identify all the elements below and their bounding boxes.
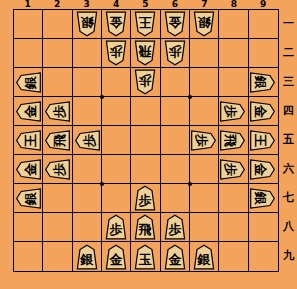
piece-east-silver[interactable]: 銀 — [250, 185, 277, 211]
board-square-f3r1[interactable]: 銀 — [73, 10, 102, 39]
koma-tile: 王 — [15, 128, 41, 152]
piece-south-pawn[interactable]: 歩 — [162, 214, 188, 241]
koma-tile: 金 — [15, 99, 41, 123]
rook-kanji: 飛 — [224, 133, 239, 147]
king-kanji: 王 — [254, 133, 269, 147]
board-square-f5r2[interactable]: 飛 — [131, 39, 160, 68]
file-label-6: 6 — [160, 0, 189, 9]
board-square-f2r8[interactable] — [43, 213, 72, 242]
board-square-f3r8[interactable] — [73, 213, 102, 242]
koma-tile: 歩 — [133, 69, 157, 95]
board-square-f7r6[interactable] — [190, 155, 219, 184]
piece-south-silver[interactable]: 銀 — [74, 243, 100, 270]
piece-north-silver[interactable]: 銀 — [74, 11, 100, 38]
rank-label-6: 六 — [280, 154, 297, 183]
rank-label-1: 一 — [280, 9, 297, 38]
koma-tile: 歩 — [74, 128, 100, 152]
board-square-f4r8[interactable]: 歩 — [102, 213, 131, 242]
koma-tile: 歩 — [163, 214, 187, 240]
board-square-f2r6[interactable]: 歩 — [43, 155, 72, 184]
board-square-f5r6[interactable] — [131, 155, 160, 184]
koma-tile: 歩 — [220, 157, 246, 181]
file-label-9: 9 — [249, 0, 278, 9]
board-square-f6r2[interactable]: 歩 — [161, 39, 190, 68]
file-label-5: 5 — [131, 0, 160, 9]
board-square-f7r2[interactable] — [190, 39, 219, 68]
board-square-f4r7[interactable] — [102, 184, 131, 213]
rank-label-4: 四 — [280, 96, 297, 125]
rook-kanji: 飛 — [138, 222, 152, 237]
silver-kanji: 銀 — [79, 15, 94, 30]
piece-east-pawn[interactable]: 歩 — [191, 127, 218, 153]
board-square-f7r7[interactable] — [190, 184, 219, 213]
piece-north-pawn[interactable]: 歩 — [132, 69, 158, 96]
piece-north-gold[interactable]: 金 — [103, 11, 129, 38]
file-label-4: 4 — [101, 0, 130, 9]
board-square-f7r3[interactable] — [190, 68, 219, 97]
board-square-f8r8[interactable] — [219, 213, 248, 242]
king-kanji: 王 — [23, 134, 38, 148]
file-label-2: 2 — [42, 0, 71, 9]
board-square-f2r3[interactable] — [43, 68, 72, 97]
board-square-f6r1[interactable]: 金 — [161, 10, 190, 39]
file-labels: 123456789 — [13, 0, 278, 9]
piece-west-rook[interactable]: 飛 — [44, 127, 71, 153]
pawn-kanji: 歩 — [168, 44, 182, 59]
piece-east-pawn[interactable]: 歩 — [220, 98, 247, 124]
board-square-f5r5[interactable] — [131, 126, 160, 155]
piece-north-silver[interactable]: 銀 — [191, 11, 217, 38]
star-point-36 — [100, 182, 104, 186]
gold-kanji: 金 — [109, 15, 124, 30]
koma-tile: 銀 — [15, 70, 41, 94]
rank-labels: 一二三四五六七八九 — [280, 9, 297, 270]
koma-tile: 金 — [15, 157, 41, 181]
koma-tile: 飛 — [133, 40, 157, 66]
board-square-f9r8[interactable] — [249, 213, 278, 242]
pawn-kanji: 歩 — [139, 73, 153, 88]
board-grid[interactable]: 銀金王金銀歩飛歩銀歩銀金歩歩金王飛歩歩飛王金歩歩金銀歩銀歩飛歩銀金玉金銀 — [14, 10, 278, 271]
piece-east-gold[interactable]: 金 — [250, 156, 277, 182]
board-square-f3r3[interactable] — [73, 68, 102, 97]
board-square-f5r7[interactable]: 歩 — [131, 184, 160, 213]
board-square-f9r7[interactable]: 銀 — [249, 184, 278, 213]
piece-north-pawn[interactable]: 歩 — [162, 40, 188, 67]
board-square-f6r3[interactable] — [161, 68, 190, 97]
board-square-f1r4[interactable]: 金 — [14, 97, 43, 126]
piece-east-rook[interactable]: 飛 — [220, 127, 247, 153]
piece-west-silver[interactable]: 銀 — [15, 185, 42, 211]
board-square-f3r9[interactable]: 銀 — [73, 242, 102, 271]
board-square-f9r2[interactable] — [249, 39, 278, 68]
file-label-1: 1 — [13, 0, 42, 9]
board-square-f7r4[interactable] — [190, 97, 219, 126]
file-label-7: 7 — [190, 0, 219, 9]
board-square-f7r9[interactable]: 銀 — [190, 242, 219, 271]
koma-tile: 歩 — [44, 157, 70, 181]
koma-tile: 歩 — [163, 40, 187, 66]
board-square-f1r8[interactable] — [14, 213, 43, 242]
silver-kanji: 銀 — [197, 15, 212, 30]
board-square-f5r8[interactable]: 飛 — [131, 213, 160, 242]
board-square-f8r9[interactable] — [219, 242, 248, 271]
piece-east-silver[interactable]: 銀 — [250, 69, 277, 95]
piece-north-rook[interactable]: 飛 — [132, 40, 158, 67]
koma-tile: 王 — [133, 11, 157, 37]
board-square-f1r2[interactable] — [14, 39, 43, 68]
board-square-f2r1[interactable] — [43, 10, 72, 39]
rank-label-7: 七 — [280, 183, 297, 212]
rank-label-3: 三 — [280, 67, 297, 96]
koma-tile: 飛 — [133, 214, 157, 240]
board-square-f5r3[interactable]: 歩 — [131, 68, 160, 97]
koma-tile: 銀 — [192, 244, 216, 270]
koma-tile: 銀 — [250, 186, 276, 210]
koma-tile: 飛 — [220, 128, 246, 152]
jeweled-king-kanji: 玉 — [139, 251, 152, 266]
board-square-f2r2[interactable] — [43, 39, 72, 68]
board-square-f6r9[interactable]: 金 — [161, 242, 190, 271]
piece-west-pawn[interactable]: 歩 — [44, 98, 71, 124]
board-square-f6r7[interactable] — [161, 184, 190, 213]
board-square-f2r4[interactable]: 歩 — [43, 97, 72, 126]
board-square-f3r6[interactable] — [73, 155, 102, 184]
pawn-kanji: 歩 — [195, 133, 210, 147]
rank-label-9: 九 — [280, 241, 297, 270]
star-point-33 — [100, 95, 104, 99]
board-square-f8r6[interactable]: 歩 — [219, 155, 248, 184]
piece-north-pawn[interactable]: 歩 — [103, 40, 129, 67]
board-square-f8r1[interactable] — [219, 10, 248, 39]
silver-kanji: 銀 — [254, 75, 269, 90]
board-square-f4r1[interactable]: 金 — [102, 10, 131, 39]
koma-tile: 金 — [163, 11, 187, 37]
rank-label-8: 八 — [280, 212, 297, 241]
piece-west-pawn[interactable]: 歩 — [44, 156, 71, 182]
koma-tile: 銀 — [192, 11, 216, 37]
board-square-f3r2[interactable] — [73, 39, 102, 68]
piece-south-gold[interactable]: 金 — [103, 243, 129, 270]
piece-south-pawn[interactable]: 歩 — [132, 185, 158, 212]
board-square-f1r5[interactable]: 王 — [14, 126, 43, 155]
board-square-f8r4[interactable]: 歩 — [219, 97, 248, 126]
koma-tile: 歩 — [191, 128, 217, 152]
piece-north-gold[interactable]: 金 — [162, 11, 188, 38]
shogi-board[interactable]: 銀金王金銀歩飛歩銀歩銀金歩歩金王飛歩歩飛王金歩歩金銀歩銀歩飛歩銀金玉金銀 — [13, 9, 279, 272]
board-square-f1r7[interactable]: 銀 — [14, 184, 43, 213]
board-square-f3r4[interactable] — [73, 97, 102, 126]
rank-label-5: 五 — [280, 125, 297, 154]
board-square-f8r3[interactable] — [219, 68, 248, 97]
board-square-f1r1[interactable] — [14, 10, 43, 39]
koma-tile: 銀 — [250, 70, 276, 94]
board-square-f6r6[interactable] — [161, 155, 190, 184]
piece-south-jeweled-king[interactable]: 玉 — [132, 243, 158, 270]
board-square-f4r9[interactable]: 金 — [102, 242, 131, 271]
board-square-f2r5[interactable]: 飛 — [43, 126, 72, 155]
rook-kanji: 飛 — [139, 44, 153, 59]
star-point-63 — [188, 95, 192, 99]
koma-tile: 王 — [250, 128, 276, 152]
gold-kanji: 金 — [254, 104, 269, 119]
board-square-f8r7[interactable] — [219, 184, 248, 213]
silver-kanji: 銀 — [79, 251, 94, 266]
koma-tile: 玉 — [133, 244, 157, 270]
pawn-kanji: 歩 — [224, 162, 239, 176]
board-square-f6r5[interactable] — [161, 126, 190, 155]
koma-tile: 金 — [104, 11, 128, 37]
koma-tile: 銀 — [75, 244, 99, 270]
king-kanji: 王 — [139, 15, 153, 30]
yonin-shogi-screen: 123456789 銀金王金銀歩飛歩銀歩銀金歩歩金王飛歩歩飛王金歩歩金銀歩銀歩飛… — [0, 0, 297, 289]
koma-tile: 金 — [163, 244, 187, 270]
board-square-f7r1[interactable]: 銀 — [190, 10, 219, 39]
piece-south-silver[interactable]: 銀 — [191, 243, 217, 270]
board-square-f6r4[interactable] — [161, 97, 190, 126]
board-square-f7r8[interactable] — [190, 213, 219, 242]
file-label-8: 8 — [219, 0, 248, 9]
piece-west-gold[interactable]: 金 — [15, 98, 42, 124]
piece-west-king[interactable]: 王 — [15, 127, 42, 153]
pawn-kanji: 歩 — [110, 44, 124, 59]
gold-kanji: 金 — [167, 251, 182, 266]
board-square-f4r5[interactable] — [102, 126, 131, 155]
koma-tile: 金 — [250, 157, 276, 181]
koma-tile: 歩 — [44, 99, 70, 123]
board-square-f5r1[interactable]: 王 — [131, 10, 160, 39]
koma-tile: 歩 — [104, 214, 128, 240]
board-square-f8r5[interactable]: 飛 — [219, 126, 248, 155]
pawn-kanji: 歩 — [109, 222, 123, 237]
star-point-66 — [188, 182, 192, 186]
koma-tile: 飛 — [44, 128, 70, 152]
piece-east-king[interactable]: 王 — [250, 127, 277, 153]
piece-south-gold[interactable]: 金 — [162, 243, 188, 270]
koma-tile: 歩 — [220, 99, 246, 123]
file-label-3: 3 — [72, 0, 101, 9]
piece-west-gold[interactable]: 金 — [15, 156, 42, 182]
board-square-f9r5[interactable]: 王 — [249, 126, 278, 155]
gold-kanji: 金 — [23, 162, 38, 177]
board-square-f1r9[interactable] — [14, 242, 43, 271]
board-square-f9r9[interactable] — [249, 242, 278, 271]
pawn-kanji: 歩 — [138, 193, 152, 208]
piece-east-pawn[interactable]: 歩 — [220, 156, 247, 182]
rook-kanji: 飛 — [52, 134, 67, 148]
silver-kanji: 銀 — [23, 191, 38, 206]
board-square-f4r3[interactable] — [102, 68, 131, 97]
board-square-f4r2[interactable]: 歩 — [102, 39, 131, 68]
gold-kanji: 金 — [109, 251, 124, 266]
piece-west-pawn[interactable]: 歩 — [73, 127, 100, 153]
board-square-f9r4[interactable]: 金 — [249, 97, 278, 126]
koma-tile: 歩 — [104, 40, 128, 66]
silver-kanji: 銀 — [254, 191, 269, 206]
board-square-f2r9[interactable] — [43, 242, 72, 271]
board-square-f8r2[interactable] — [219, 39, 248, 68]
piece-north-king[interactable]: 王 — [132, 11, 158, 38]
koma-tile: 金 — [104, 244, 128, 270]
board-square-f5r4[interactable] — [131, 97, 160, 126]
board-square-f4r4[interactable] — [102, 97, 131, 126]
pawn-kanji: 歩 — [167, 222, 181, 237]
piece-west-silver[interactable]: 銀 — [15, 69, 42, 95]
board-square-f1r3[interactable]: 銀 — [14, 68, 43, 97]
gold-kanji: 金 — [23, 104, 38, 119]
board-square-f1r6[interactable]: 金 — [14, 155, 43, 184]
koma-tile: 銀 — [15, 186, 41, 210]
silver-kanji: 銀 — [23, 75, 38, 90]
koma-tile: 金 — [250, 99, 276, 123]
rank-label-2: 二 — [280, 38, 297, 67]
pawn-kanji: 歩 — [81, 134, 96, 148]
board-square-f7r5[interactable]: 歩 — [190, 126, 219, 155]
board-square-f3r7[interactable] — [73, 184, 102, 213]
board-square-f6r8[interactable]: 歩 — [161, 213, 190, 242]
board-square-f9r1[interactable] — [249, 10, 278, 39]
koma-tile: 銀 — [75, 11, 99, 37]
gold-kanji: 金 — [254, 162, 269, 177]
board-square-f9r3[interactable]: 銀 — [249, 68, 278, 97]
piece-south-rook[interactable]: 飛 — [132, 214, 158, 241]
pawn-kanji: 歩 — [52, 163, 67, 177]
silver-kanji: 銀 — [197, 251, 212, 266]
gold-kanji: 金 — [167, 15, 182, 30]
koma-tile: 歩 — [133, 185, 157, 211]
piece-south-pawn[interactable]: 歩 — [103, 214, 129, 241]
board-square-f5r9[interactable]: 玉 — [131, 242, 160, 271]
board-square-f3r5[interactable]: 歩 — [73, 126, 102, 155]
board-square-f2r7[interactable] — [43, 184, 72, 213]
piece-east-gold[interactable]: 金 — [250, 98, 277, 124]
board-square-f4r6[interactable] — [102, 155, 131, 184]
pawn-kanji: 歩 — [52, 105, 67, 119]
pawn-kanji: 歩 — [224, 104, 239, 118]
board-square-f9r6[interactable]: 金 — [249, 155, 278, 184]
